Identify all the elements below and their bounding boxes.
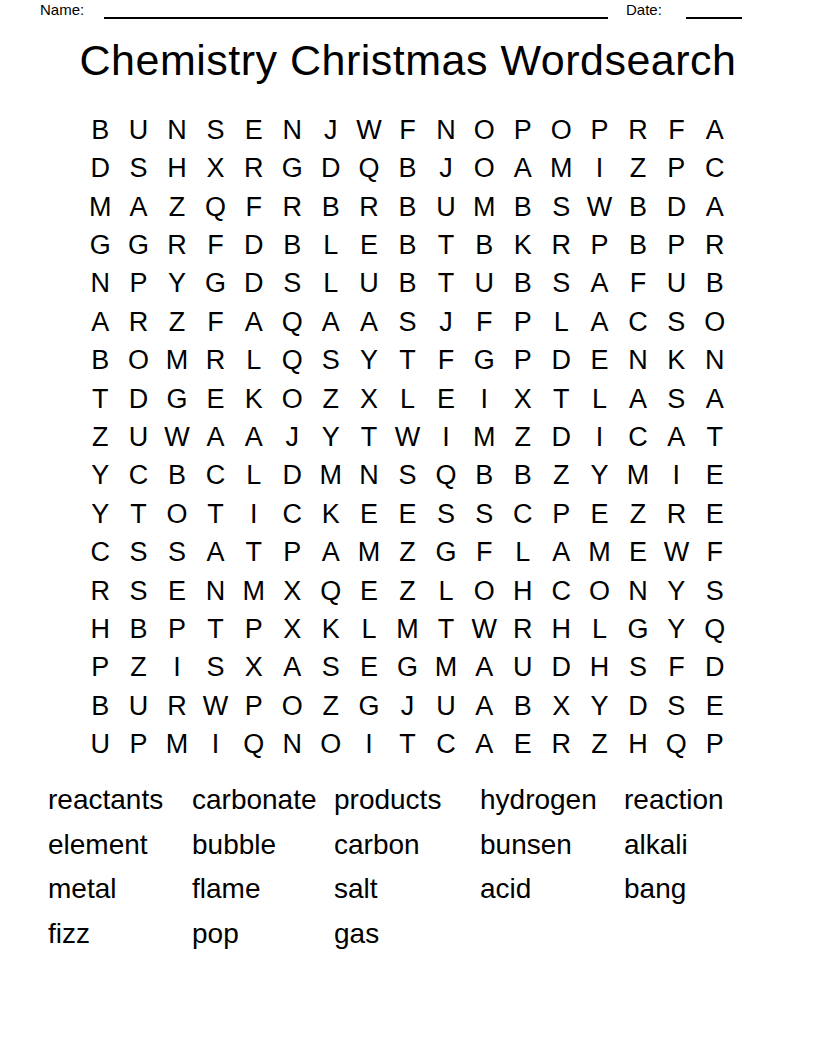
grid-cell-r11c15[interactable]: Z — [619, 495, 657, 533]
grid-cell-r15c17[interactable]: D — [696, 649, 734, 687]
grid-cell-r1c8[interactable]: W — [350, 111, 388, 149]
grid-cell-r2c9[interactable]: B — [388, 149, 426, 187]
grid-cell-r14c15[interactable]: G — [619, 610, 657, 648]
grid-cell-r13c11[interactable]: O — [465, 572, 503, 610]
grid-cell-r17c8[interactable]: I — [350, 726, 388, 764]
grid-cell-r16c16[interactable]: S — [657, 687, 695, 725]
grid-cell-r10c10[interactable]: Q — [427, 457, 465, 495]
grid-cell-r13c12[interactable]: H — [504, 572, 542, 610]
grid-cell-r15c5[interactable]: X — [235, 649, 273, 687]
grid-cell-r5c13[interactable]: S — [542, 265, 580, 303]
grid-cell-r6c15[interactable]: C — [619, 303, 657, 341]
grid-cell-r12c2[interactable]: S — [119, 534, 157, 572]
grid-cell-r9c3[interactable]: W — [158, 418, 196, 456]
grid-cell-r11c3[interactable]: O — [158, 495, 196, 533]
grid-cell-r1c13[interactable]: O — [542, 111, 580, 149]
grid-cell-r2c4[interactable]: X — [196, 149, 234, 187]
grid-cell-r7c8[interactable]: Y — [350, 341, 388, 379]
grid-cell-r13c1[interactable]: R — [81, 572, 119, 610]
grid-cell-r8c6[interactable]: O — [273, 380, 311, 418]
grid-cell-r7c15[interactable]: N — [619, 341, 657, 379]
grid-cell-r13c14[interactable]: O — [580, 572, 618, 610]
grid-cell-r1c5[interactable]: E — [235, 111, 273, 149]
grid-cell-r4c12[interactable]: K — [504, 226, 542, 264]
grid-cell-r6c7[interactable]: A — [311, 303, 349, 341]
grid-cell-r7c6[interactable]: Q — [273, 341, 311, 379]
grid-cell-r11c10[interactable]: S — [427, 495, 465, 533]
grid-cell-r11c4[interactable]: T — [196, 495, 234, 533]
grid-cell-r15c2[interactable]: Z — [119, 649, 157, 687]
grid-cell-r14c10[interactable]: T — [427, 610, 465, 648]
grid-cell-r2c5[interactable]: R — [235, 149, 273, 187]
grid-cell-r12c1[interactable]: C — [81, 534, 119, 572]
word-item-products[interactable]: products — [334, 778, 480, 823]
grid-cell-r7c10[interactable]: F — [427, 341, 465, 379]
grid-cell-r12c10[interactable]: G — [427, 534, 465, 572]
grid-cell-r17c16[interactable]: Q — [657, 726, 695, 764]
grid-cell-r14c3[interactable]: P — [158, 610, 196, 648]
grid-cell-r1c14[interactable]: P — [580, 111, 618, 149]
grid-cell-r16c12[interactable]: B — [504, 687, 542, 725]
grid-cell-r12c3[interactable]: S — [158, 534, 196, 572]
grid-cell-r10c1[interactable]: Y — [81, 457, 119, 495]
grid-cell-r8c11[interactable]: I — [465, 380, 503, 418]
grid-cell-r9c9[interactable]: W — [388, 418, 426, 456]
grid-cell-r5c4[interactable]: G — [196, 265, 234, 303]
grid-cell-r17c13[interactable]: R — [542, 726, 580, 764]
date-blank-line[interactable] — [686, 0, 742, 19]
grid-cell-r15c15[interactable]: S — [619, 649, 657, 687]
grid-cell-r3c8[interactable]: R — [350, 188, 388, 226]
grid-cell-r4c7[interactable]: L — [311, 226, 349, 264]
grid-cell-r4c2[interactable]: G — [119, 226, 157, 264]
grid-cell-r16c15[interactable]: D — [619, 687, 657, 725]
grid-cell-r9c13[interactable]: D — [542, 418, 580, 456]
grid-cell-r8c3[interactable]: G — [158, 380, 196, 418]
grid-cell-r17c1[interactable]: U — [81, 726, 119, 764]
grid-cell-r16c10[interactable]: U — [427, 687, 465, 725]
grid-cell-r15c14[interactable]: H — [580, 649, 618, 687]
grid-cell-r12c15[interactable]: E — [619, 534, 657, 572]
grid-cell-r15c10[interactable]: M — [427, 649, 465, 687]
grid-cell-r3c1[interactable]: M — [81, 188, 119, 226]
word-item-hydrogen[interactable]: hydrogen — [480, 778, 624, 823]
grid-cell-r17c12[interactable]: E — [504, 726, 542, 764]
grid-cell-r2c15[interactable]: Z — [619, 149, 657, 187]
grid-cell-r2c2[interactable]: S — [119, 149, 157, 187]
grid-cell-r10c5[interactable]: L — [235, 457, 273, 495]
grid-cell-r2c17[interactable]: C — [696, 149, 734, 187]
grid-cell-r8c9[interactable]: L — [388, 380, 426, 418]
grid-cell-r15c13[interactable]: D — [542, 649, 580, 687]
grid-cell-r8c7[interactable]: Z — [311, 380, 349, 418]
grid-cell-r11c12[interactable]: C — [504, 495, 542, 533]
grid-cell-r8c5[interactable]: K — [235, 380, 273, 418]
grid-cell-r9c4[interactable]: A — [196, 418, 234, 456]
grid-cell-r5c1[interactable]: N — [81, 265, 119, 303]
grid-cell-r3c5[interactable]: F — [235, 188, 273, 226]
grid-cell-r9c11[interactable]: M — [465, 418, 503, 456]
grid-cell-r10c17[interactable]: E — [696, 457, 734, 495]
grid-cell-r14c6[interactable]: X — [273, 610, 311, 648]
grid-cell-r1c4[interactable]: S — [196, 111, 234, 149]
grid-cell-r1c7[interactable]: J — [311, 111, 349, 149]
grid-cell-r11c1[interactable]: Y — [81, 495, 119, 533]
word-item-element[interactable]: element — [48, 823, 192, 868]
grid-cell-r3c17[interactable]: A — [696, 188, 734, 226]
grid-cell-r5c14[interactable]: A — [580, 265, 618, 303]
grid-cell-r12c9[interactable]: Z — [388, 534, 426, 572]
grid-cell-r11c9[interactable]: E — [388, 495, 426, 533]
grid-cell-r16c1[interactable]: B — [81, 687, 119, 725]
word-item-bang[interactable]: bang — [624, 867, 770, 912]
word-item-flame[interactable]: flame — [192, 867, 334, 912]
grid-cell-r3c6[interactable]: R — [273, 188, 311, 226]
grid-cell-r3c10[interactable]: U — [427, 188, 465, 226]
grid-cell-r7c1[interactable]: B — [81, 341, 119, 379]
grid-cell-r12c11[interactable]: F — [465, 534, 503, 572]
word-item-alkali[interactable]: alkali — [624, 823, 770, 868]
grid-cell-r16c13[interactable]: X — [542, 687, 580, 725]
grid-cell-r17c9[interactable]: T — [388, 726, 426, 764]
grid-cell-r3c9[interactable]: B — [388, 188, 426, 226]
grid-cell-r4c1[interactable]: G — [81, 226, 119, 264]
grid-cell-r14c1[interactable]: H — [81, 610, 119, 648]
word-item-bunsen[interactable]: bunsen — [480, 823, 624, 868]
grid-cell-r15c12[interactable]: U — [504, 649, 542, 687]
grid-cell-r12c7[interactable]: A — [311, 534, 349, 572]
grid-cell-r10c15[interactable]: M — [619, 457, 657, 495]
grid-cell-r6c4[interactable]: F — [196, 303, 234, 341]
grid-cell-r3c15[interactable]: B — [619, 188, 657, 226]
grid-cell-r12c17[interactable]: F — [696, 534, 734, 572]
grid-cell-r7c2[interactable]: O — [119, 341, 157, 379]
grid-cell-r14c17[interactable]: Q — [696, 610, 734, 648]
grid-cell-r12c14[interactable]: M — [580, 534, 618, 572]
grid-cell-r1c2[interactable]: U — [119, 111, 157, 149]
grid-cell-r11c8[interactable]: E — [350, 495, 388, 533]
grid-cell-r6c12[interactable]: P — [504, 303, 542, 341]
grid-cell-r13c7[interactable]: Q — [311, 572, 349, 610]
grid-cell-r9c14[interactable]: I — [580, 418, 618, 456]
grid-cell-r6c3[interactable]: Z — [158, 303, 196, 341]
grid-cell-r15c7[interactable]: S — [311, 649, 349, 687]
grid-cell-r5c6[interactable]: S — [273, 265, 311, 303]
word-item-salt[interactable]: salt — [334, 867, 480, 912]
word-item-pop[interactable]: pop — [192, 912, 334, 957]
grid-cell-r17c6[interactable]: N — [273, 726, 311, 764]
grid-cell-r2c7[interactable]: D — [311, 149, 349, 187]
grid-cell-r9c2[interactable]: U — [119, 418, 157, 456]
grid-cell-r11c2[interactable]: T — [119, 495, 157, 533]
grid-cell-r2c10[interactable]: J — [427, 149, 465, 187]
grid-cell-r17c11[interactable]: A — [465, 726, 503, 764]
grid-cell-r11c5[interactable]: I — [235, 495, 273, 533]
grid-cell-r4c16[interactable]: P — [657, 226, 695, 264]
grid-cell-r14c4[interactable]: T — [196, 610, 234, 648]
grid-cell-r2c1[interactable]: D — [81, 149, 119, 187]
grid-cell-r6c16[interactable]: S — [657, 303, 695, 341]
grid-cell-r6c5[interactable]: A — [235, 303, 273, 341]
grid-cell-r14c12[interactable]: R — [504, 610, 542, 648]
grid-cell-r6c1[interactable]: A — [81, 303, 119, 341]
grid-cell-r4c9[interactable]: B — [388, 226, 426, 264]
grid-cell-r16c9[interactable]: J — [388, 687, 426, 725]
grid-cell-r13c16[interactable]: Y — [657, 572, 695, 610]
grid-cell-r9c15[interactable]: C — [619, 418, 657, 456]
grid-cell-r7c14[interactable]: E — [580, 341, 618, 379]
grid-cell-r11c14[interactable]: E — [580, 495, 618, 533]
grid-cell-r1c10[interactable]: N — [427, 111, 465, 149]
grid-cell-r13c3[interactable]: E — [158, 572, 196, 610]
grid-cell-r12c5[interactable]: T — [235, 534, 273, 572]
grid-cell-r2c8[interactable]: Q — [350, 149, 388, 187]
grid-cell-r2c12[interactable]: A — [504, 149, 542, 187]
grid-cell-r8c4[interactable]: E — [196, 380, 234, 418]
grid-cell-r15c6[interactable]: A — [273, 649, 311, 687]
grid-cell-r6c2[interactable]: R — [119, 303, 157, 341]
grid-cell-r14c7[interactable]: K — [311, 610, 349, 648]
grid-cell-r14c11[interactable]: W — [465, 610, 503, 648]
grid-cell-r14c5[interactable]: P — [235, 610, 273, 648]
grid-cell-r17c15[interactable]: H — [619, 726, 657, 764]
grid-cell-r17c2[interactable]: P — [119, 726, 157, 764]
grid-cell-r1c11[interactable]: O — [465, 111, 503, 149]
word-item-fizz[interactable]: fizz — [48, 912, 192, 957]
grid-cell-r4c15[interactable]: B — [619, 226, 657, 264]
word-item-carbonate[interactable]: carbonate — [192, 778, 334, 823]
grid-cell-r5c3[interactable]: Y — [158, 265, 196, 303]
grid-cell-r16c7[interactable]: Z — [311, 687, 349, 725]
grid-cell-r17c4[interactable]: I — [196, 726, 234, 764]
grid-cell-r13c10[interactable]: L — [427, 572, 465, 610]
grid-cell-r16c2[interactable]: U — [119, 687, 157, 725]
grid-cell-r10c14[interactable]: Y — [580, 457, 618, 495]
grid-cell-r1c9[interactable]: F — [388, 111, 426, 149]
grid-cell-r13c13[interactable]: C — [542, 572, 580, 610]
grid-cell-r3c12[interactable]: B — [504, 188, 542, 226]
grid-cell-r6c11[interactable]: F — [465, 303, 503, 341]
grid-cell-r14c2[interactable]: B — [119, 610, 157, 648]
grid-cell-r10c2[interactable]: C — [119, 457, 157, 495]
grid-cell-r5c5[interactable]: D — [235, 265, 273, 303]
grid-cell-r2c14[interactable]: I — [580, 149, 618, 187]
grid-cell-r7c9[interactable]: T — [388, 341, 426, 379]
grid-cell-r8c14[interactable]: L — [580, 380, 618, 418]
grid-cell-r15c1[interactable]: P — [81, 649, 119, 687]
grid-cell-r14c13[interactable]: H — [542, 610, 580, 648]
grid-cell-r1c17[interactable]: A — [696, 111, 734, 149]
grid-cell-r3c13[interactable]: S — [542, 188, 580, 226]
grid-cell-r3c2[interactable]: A — [119, 188, 157, 226]
grid-cell-r15c11[interactable]: A — [465, 649, 503, 687]
grid-cell-r11c6[interactable]: C — [273, 495, 311, 533]
word-item-acid[interactable]: acid — [480, 867, 624, 912]
grid-cell-r2c6[interactable]: G — [273, 149, 311, 187]
grid-cell-r16c17[interactable]: E — [696, 687, 734, 725]
grid-cell-r12c8[interactable]: M — [350, 534, 388, 572]
grid-cell-r16c3[interactable]: R — [158, 687, 196, 725]
grid-cell-r10c9[interactable]: S — [388, 457, 426, 495]
grid-cell-r9c6[interactable]: J — [273, 418, 311, 456]
grid-cell-r3c3[interactable]: Z — [158, 188, 196, 226]
grid-cell-r7c5[interactable]: L — [235, 341, 273, 379]
grid-cell-r3c11[interactable]: M — [465, 188, 503, 226]
grid-cell-r10c11[interactable]: B — [465, 457, 503, 495]
grid-cell-r4c10[interactable]: T — [427, 226, 465, 264]
grid-cell-r4c4[interactable]: F — [196, 226, 234, 264]
wordsearch-grid[interactable]: BUNSENJWFNOPOPRFADSHXRGDQBJOAMIZPCMAZQFR… — [81, 111, 734, 764]
grid-cell-r6c6[interactable]: Q — [273, 303, 311, 341]
grid-cell-r1c15[interactable]: R — [619, 111, 657, 149]
grid-cell-r15c16[interactable]: F — [657, 649, 695, 687]
grid-cell-r3c7[interactable]: B — [311, 188, 349, 226]
grid-cell-r13c17[interactable]: S — [696, 572, 734, 610]
grid-cell-r3c4[interactable]: Q — [196, 188, 234, 226]
word-item-bubble[interactable]: bubble — [192, 823, 334, 868]
grid-cell-r6c9[interactable]: S — [388, 303, 426, 341]
grid-cell-r12c16[interactable]: W — [657, 534, 695, 572]
grid-cell-r5c16[interactable]: U — [657, 265, 695, 303]
grid-cell-r12c13[interactable]: A — [542, 534, 580, 572]
grid-cell-r4c3[interactable]: R — [158, 226, 196, 264]
grid-cell-r1c6[interactable]: N — [273, 111, 311, 149]
grid-cell-r8c1[interactable]: T — [81, 380, 119, 418]
grid-cell-r6c17[interactable]: O — [696, 303, 734, 341]
word-item-gas[interactable]: gas — [334, 912, 480, 957]
grid-cell-r7c16[interactable]: K — [657, 341, 695, 379]
grid-cell-r16c14[interactable]: Y — [580, 687, 618, 725]
grid-cell-r7c11[interactable]: G — [465, 341, 503, 379]
grid-cell-r2c3[interactable]: H — [158, 149, 196, 187]
grid-cell-r4c17[interactable]: R — [696, 226, 734, 264]
grid-cell-r7c13[interactable]: D — [542, 341, 580, 379]
grid-cell-r14c8[interactable]: L — [350, 610, 388, 648]
grid-cell-r5c15[interactable]: F — [619, 265, 657, 303]
grid-cell-r16c11[interactable]: A — [465, 687, 503, 725]
grid-cell-r4c8[interactable]: E — [350, 226, 388, 264]
grid-cell-r16c5[interactable]: P — [235, 687, 273, 725]
grid-cell-r14c9[interactable]: M — [388, 610, 426, 648]
grid-cell-r17c14[interactable]: Z — [580, 726, 618, 764]
grid-cell-r7c12[interactable]: P — [504, 341, 542, 379]
grid-cell-r9c12[interactable]: Z — [504, 418, 542, 456]
grid-cell-r8c12[interactable]: X — [504, 380, 542, 418]
grid-cell-r14c14[interactable]: L — [580, 610, 618, 648]
grid-cell-r7c17[interactable]: N — [696, 341, 734, 379]
grid-cell-r11c16[interactable]: R — [657, 495, 695, 533]
grid-cell-r16c4[interactable]: W — [196, 687, 234, 725]
grid-cell-r8c17[interactable]: A — [696, 380, 734, 418]
grid-cell-r12c4[interactable]: A — [196, 534, 234, 572]
grid-cell-r13c6[interactable]: X — [273, 572, 311, 610]
grid-cell-r10c12[interactable]: B — [504, 457, 542, 495]
grid-cell-r15c9[interactable]: G — [388, 649, 426, 687]
grid-cell-r5c11[interactable]: U — [465, 265, 503, 303]
grid-cell-r12c6[interactable]: P — [273, 534, 311, 572]
grid-cell-r1c16[interactable]: F — [657, 111, 695, 149]
grid-cell-r10c6[interactable]: D — [273, 457, 311, 495]
grid-cell-r8c2[interactable]: D — [119, 380, 157, 418]
grid-cell-r17c17[interactable]: P — [696, 726, 734, 764]
grid-cell-r6c8[interactable]: A — [350, 303, 388, 341]
grid-cell-r4c5[interactable]: D — [235, 226, 273, 264]
grid-cell-r13c4[interactable]: N — [196, 572, 234, 610]
word-item-reaction[interactable]: reaction — [624, 778, 770, 823]
grid-cell-r2c16[interactable]: P — [657, 149, 695, 187]
grid-cell-r11c13[interactable]: P — [542, 495, 580, 533]
grid-cell-r17c3[interactable]: M — [158, 726, 196, 764]
word-item-reactants[interactable]: reactants — [48, 778, 192, 823]
grid-cell-r2c11[interactable]: O — [465, 149, 503, 187]
grid-cell-r13c9[interactable]: Z — [388, 572, 426, 610]
grid-cell-r17c10[interactable]: C — [427, 726, 465, 764]
grid-cell-r8c8[interactable]: X — [350, 380, 388, 418]
grid-cell-r9c5[interactable]: A — [235, 418, 273, 456]
grid-cell-r4c6[interactable]: B — [273, 226, 311, 264]
grid-cell-r16c8[interactable]: G — [350, 687, 388, 725]
word-item-carbon[interactable]: carbon — [334, 823, 480, 868]
grid-cell-r15c4[interactable]: S — [196, 649, 234, 687]
grid-cell-r2c13[interactable]: M — [542, 149, 580, 187]
grid-cell-r4c13[interactable]: R — [542, 226, 580, 264]
grid-cell-r5c10[interactable]: T — [427, 265, 465, 303]
grid-cell-r8c15[interactable]: A — [619, 380, 657, 418]
grid-cell-r10c13[interactable]: Z — [542, 457, 580, 495]
grid-cell-r4c14[interactable]: P — [580, 226, 618, 264]
grid-cell-r10c7[interactable]: M — [311, 457, 349, 495]
grid-cell-r9c17[interactable]: T — [696, 418, 734, 456]
grid-cell-r5c12[interactable]: B — [504, 265, 542, 303]
grid-cell-r10c8[interactable]: N — [350, 457, 388, 495]
grid-cell-r5c8[interactable]: U — [350, 265, 388, 303]
grid-cell-r4c11[interactable]: B — [465, 226, 503, 264]
grid-cell-r6c13[interactable]: L — [542, 303, 580, 341]
grid-cell-r10c4[interactable]: C — [196, 457, 234, 495]
grid-cell-r16c6[interactable]: O — [273, 687, 311, 725]
grid-cell-r3c14[interactable]: W — [580, 188, 618, 226]
grid-cell-r9c1[interactable]: Z — [81, 418, 119, 456]
name-blank-line[interactable] — [104, 0, 608, 19]
grid-cell-r13c8[interactable]: E — [350, 572, 388, 610]
grid-cell-r7c4[interactable]: R — [196, 341, 234, 379]
grid-cell-r14c16[interactable]: Y — [657, 610, 695, 648]
grid-cell-r3c16[interactable]: D — [657, 188, 695, 226]
grid-cell-r1c3[interactable]: N — [158, 111, 196, 149]
grid-cell-r13c5[interactable]: M — [235, 572, 273, 610]
grid-cell-r11c17[interactable]: E — [696, 495, 734, 533]
grid-cell-r15c8[interactable]: E — [350, 649, 388, 687]
grid-cell-r7c7[interactable]: S — [311, 341, 349, 379]
grid-cell-r5c9[interactable]: B — [388, 265, 426, 303]
grid-cell-r8c10[interactable]: E — [427, 380, 465, 418]
grid-cell-r9c16[interactable]: A — [657, 418, 695, 456]
grid-cell-r15c3[interactable]: I — [158, 649, 196, 687]
grid-cell-r17c5[interactable]: Q — [235, 726, 273, 764]
grid-cell-r17c7[interactable]: O — [311, 726, 349, 764]
grid-cell-r11c7[interactable]: K — [311, 495, 349, 533]
grid-cell-r8c13[interactable]: T — [542, 380, 580, 418]
grid-cell-r10c3[interactable]: B — [158, 457, 196, 495]
grid-cell-r6c14[interactable]: A — [580, 303, 618, 341]
grid-cell-r9c10[interactable]: I — [427, 418, 465, 456]
grid-cell-r11c11[interactable]: S — [465, 495, 503, 533]
grid-cell-r7c3[interactable]: M — [158, 341, 196, 379]
grid-cell-r8c16[interactable]: S — [657, 380, 695, 418]
grid-cell-r13c15[interactable]: N — [619, 572, 657, 610]
grid-cell-r1c12[interactable]: P — [504, 111, 542, 149]
grid-cell-r9c7[interactable]: Y — [311, 418, 349, 456]
